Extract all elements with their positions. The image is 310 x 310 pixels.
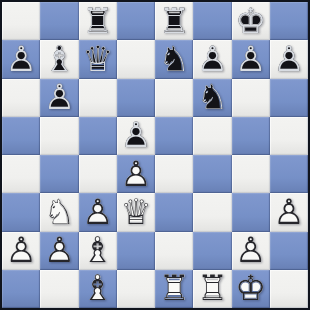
black-knight-outline-glyph: ♘ [155, 40, 193, 78]
square-g2[interactable]: ♟♙ [232, 232, 270, 270]
square-h6[interactable] [270, 79, 308, 117]
square-e1[interactable]: ♜♖ [155, 270, 193, 308]
black-pawn[interactable]: ♟♙ [2, 40, 40, 78]
black-rook-outline-glyph: ♖ [79, 2, 117, 40]
square-c3[interactable]: ♟♙ [79, 193, 117, 231]
square-f1[interactable]: ♜♖ [193, 270, 231, 308]
square-a6[interactable] [2, 79, 40, 117]
black-pawn[interactable]: ♟♙ [40, 79, 78, 117]
square-d2[interactable] [117, 232, 155, 270]
white-pawn-outline-glyph: ♙ [117, 155, 155, 193]
square-h8[interactable] [270, 2, 308, 40]
square-f8[interactable] [193, 2, 231, 40]
black-pawn[interactable]: ♟♙ [117, 117, 155, 155]
square-h7[interactable]: ♟♙ [270, 40, 308, 78]
white-bishop-outline-glyph: ♗ [79, 232, 117, 270]
white-pawn[interactable]: ♟♙ [40, 232, 78, 270]
square-f4[interactable] [193, 155, 231, 193]
black-bishop-outline-glyph: ♗ [40, 40, 78, 78]
square-d3[interactable]: ♛♕ [117, 193, 155, 231]
black-queen[interactable]: ♛♕ [79, 40, 117, 78]
square-h3[interactable]: ♟♙ [270, 193, 308, 231]
black-rook-outline-glyph: ♖ [155, 2, 193, 40]
white-pawn[interactable]: ♟♙ [232, 232, 270, 270]
black-king[interactable]: ♚♔ [232, 2, 270, 40]
white-king[interactable]: ♚♔ [232, 270, 270, 308]
square-b1[interactable] [40, 270, 78, 308]
square-c6[interactable] [79, 79, 117, 117]
square-g3[interactable] [232, 193, 270, 231]
white-bishop[interactable]: ♝♗ [79, 270, 117, 308]
black-pawn[interactable]: ♟♙ [232, 40, 270, 78]
square-a7[interactable]: ♟♙ [2, 40, 40, 78]
square-a3[interactable] [2, 193, 40, 231]
square-f6[interactable]: ♞♘ [193, 79, 231, 117]
square-g1[interactable]: ♚♔ [232, 270, 270, 308]
square-c4[interactable] [79, 155, 117, 193]
black-king-outline-glyph: ♔ [232, 2, 270, 40]
white-knight-outline-glyph: ♘ [40, 193, 78, 231]
square-g7[interactable]: ♟♙ [232, 40, 270, 78]
square-f3[interactable] [193, 193, 231, 231]
square-e7[interactable]: ♞♘ [155, 40, 193, 78]
square-b6[interactable]: ♟♙ [40, 79, 78, 117]
white-pawn[interactable]: ♟♙ [117, 155, 155, 193]
white-queen[interactable]: ♛♕ [117, 193, 155, 231]
black-pawn-outline-glyph: ♙ [270, 40, 308, 78]
black-queen-outline-glyph: ♕ [79, 40, 117, 78]
black-knight[interactable]: ♞♘ [193, 79, 231, 117]
white-knight[interactable]: ♞♘ [40, 193, 78, 231]
white-pawn-outline-glyph: ♙ [232, 232, 270, 270]
square-g8[interactable]: ♚♔ [232, 2, 270, 40]
square-h2[interactable] [270, 232, 308, 270]
square-e2[interactable] [155, 232, 193, 270]
square-e8[interactable]: ♜♖ [155, 2, 193, 40]
white-pawn[interactable]: ♟♙ [270, 193, 308, 231]
white-pawn-outline-glyph: ♙ [79, 193, 117, 231]
square-e4[interactable] [155, 155, 193, 193]
square-a8[interactable] [2, 2, 40, 40]
square-a4[interactable] [2, 155, 40, 193]
black-pawn[interactable]: ♟♙ [193, 40, 231, 78]
black-bishop[interactable]: ♝♗ [40, 40, 78, 78]
white-pawn-outline-glyph: ♙ [40, 232, 78, 270]
black-pawn-outline-glyph: ♙ [117, 117, 155, 155]
square-b8[interactable] [40, 2, 78, 40]
square-d8[interactable] [117, 2, 155, 40]
black-rook[interactable]: ♜♖ [155, 2, 193, 40]
square-h1[interactable] [270, 270, 308, 308]
square-b4[interactable] [40, 155, 78, 193]
square-b2[interactable]: ♟♙ [40, 232, 78, 270]
black-pawn[interactable]: ♟♙ [270, 40, 308, 78]
chess-board: ♜♖♜♖♚♔♟♙♝♗♛♕♞♘♟♙♟♙♟♙♟♙♞♘♟♙♟♙♞♘♟♙♛♕♟♙♟♙♟♙… [0, 0, 310, 310]
square-e3[interactable] [155, 193, 193, 231]
square-c7[interactable]: ♛♕ [79, 40, 117, 78]
square-d5[interactable]: ♟♙ [117, 117, 155, 155]
square-c8[interactable]: ♜♖ [79, 2, 117, 40]
square-e5[interactable] [155, 117, 193, 155]
square-d6[interactable] [117, 79, 155, 117]
square-c5[interactable] [79, 117, 117, 155]
white-pawn[interactable]: ♟♙ [2, 232, 40, 270]
square-f2[interactable] [193, 232, 231, 270]
square-f5[interactable] [193, 117, 231, 155]
square-g4[interactable] [232, 155, 270, 193]
square-c2[interactable]: ♝♗ [79, 232, 117, 270]
white-pawn[interactable]: ♟♙ [79, 193, 117, 231]
square-g5[interactable] [232, 117, 270, 155]
white-king-outline-glyph: ♔ [232, 270, 270, 308]
white-queen-outline-glyph: ♕ [117, 193, 155, 231]
square-h5[interactable] [270, 117, 308, 155]
square-a1[interactable] [2, 270, 40, 308]
chess-board-grid: ♜♖♜♖♚♔♟♙♝♗♛♕♞♘♟♙♟♙♟♙♟♙♞♘♟♙♟♙♞♘♟♙♛♕♟♙♟♙♟♙… [2, 2, 308, 308]
white-pawn-outline-glyph: ♙ [2, 232, 40, 270]
white-bishop-outline-glyph: ♗ [79, 270, 117, 308]
black-knight-outline-glyph: ♘ [193, 79, 231, 117]
black-rook[interactable]: ♜♖ [79, 2, 117, 40]
square-a2[interactable]: ♟♙ [2, 232, 40, 270]
white-rook-outline-glyph: ♖ [193, 270, 231, 308]
white-bishop[interactable]: ♝♗ [79, 232, 117, 270]
square-g6[interactable] [232, 79, 270, 117]
square-b3[interactable]: ♞♘ [40, 193, 78, 231]
black-pawn-outline-glyph: ♙ [40, 79, 78, 117]
black-knight[interactable]: ♞♘ [155, 40, 193, 78]
square-d7[interactable] [117, 40, 155, 78]
white-rook[interactable]: ♜♖ [193, 270, 231, 308]
square-b7[interactable]: ♝♗ [40, 40, 78, 78]
white-rook[interactable]: ♜♖ [155, 270, 193, 308]
square-e6[interactable] [155, 79, 193, 117]
white-rook-outline-glyph: ♖ [155, 270, 193, 308]
square-a5[interactable] [2, 117, 40, 155]
white-pawn-outline-glyph: ♙ [270, 193, 308, 231]
square-d1[interactable] [117, 270, 155, 308]
square-f7[interactable]: ♟♙ [193, 40, 231, 78]
black-pawn-outline-glyph: ♙ [2, 40, 40, 78]
square-b5[interactable] [40, 117, 78, 155]
square-h4[interactable] [270, 155, 308, 193]
square-d4[interactable]: ♟♙ [117, 155, 155, 193]
square-c1[interactable]: ♝♗ [79, 270, 117, 308]
black-pawn-outline-glyph: ♙ [232, 40, 270, 78]
black-pawn-outline-glyph: ♙ [193, 40, 231, 78]
